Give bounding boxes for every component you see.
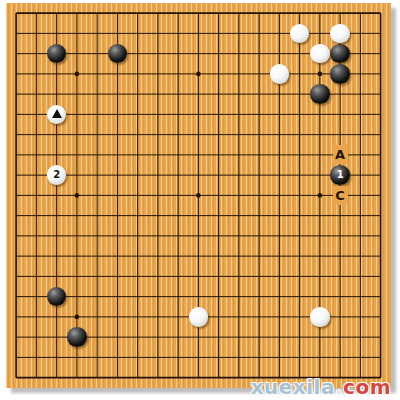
watermark: xuexila.com <box>251 375 391 399</box>
black-stone-D3 <box>67 327 87 347</box>
black-stone-Q15 <box>310 84 330 104</box>
board-point-K4 <box>188 307 208 327</box>
watermark-site: xuexila <box>251 375 335 399</box>
white-stone-Q17 <box>310 44 330 64</box>
board-point-C17 <box>47 44 67 64</box>
point-label-C: C <box>333 186 348 205</box>
board-point-R12: A <box>330 145 350 165</box>
board-point-R18 <box>330 23 350 43</box>
board-point-R17 <box>330 44 350 64</box>
watermark-tld: com <box>343 375 391 399</box>
board-point-F17 <box>107 44 127 64</box>
black-stone-F17 <box>108 44 128 64</box>
board-point-R11: 1 <box>330 165 350 185</box>
white-stone-Q4 <box>310 307 330 327</box>
board-point-O16 <box>269 64 289 84</box>
board-point-R16 <box>330 64 350 84</box>
board-point-C11: 2 <box>47 165 67 185</box>
white-stone-C14 <box>47 105 67 125</box>
white-stone-P18 <box>290 24 310 44</box>
go-board: 12AC <box>6 3 391 388</box>
black-stone-C5 <box>47 287 67 307</box>
move-number-1: 1 <box>337 170 344 180</box>
point-label-A: A <box>333 145 348 164</box>
white-stone-R18 <box>330 24 350 44</box>
move-number-2: 2 <box>53 170 60 180</box>
screenshot-root: 12AC xuexila.com <box>0 0 400 400</box>
board-point-C5 <box>47 287 67 307</box>
board-point-D3 <box>67 327 87 347</box>
board-point-C14 <box>47 104 67 124</box>
black-stone-C17 <box>47 44 67 64</box>
white-stone-O16 <box>270 64 290 84</box>
board-point-P18 <box>290 23 310 43</box>
white-stone-C11: 2 <box>47 165 67 185</box>
board-grid: 12AC <box>6 3 391 388</box>
white-stone-K4 <box>189 307 209 327</box>
watermark-dot: . <box>335 375 343 399</box>
board-point-R10: C <box>330 185 350 205</box>
black-stone-R11: 1 <box>330 165 350 185</box>
board-point-Q17 <box>310 44 330 64</box>
black-stone-R16 <box>330 64 350 84</box>
board-point-Q4 <box>310 307 330 327</box>
triangle-marker <box>52 109 62 118</box>
board-point-Q15 <box>310 84 330 104</box>
black-stone-R17 <box>330 44 350 64</box>
